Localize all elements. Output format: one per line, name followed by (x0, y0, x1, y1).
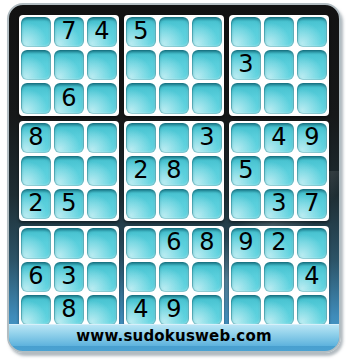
cell-r8c8[interactable] (264, 262, 294, 292)
cell-r4c1[interactable]: 8 (21, 123, 51, 153)
box-r1c2: 5 (124, 15, 224, 116)
digit: 4 (94, 19, 109, 45)
cell-r2c2[interactable] (54, 50, 84, 80)
box-r1c1: 746 (19, 15, 119, 116)
cell-r4c2[interactable] (54, 123, 84, 153)
cell-r1c2[interactable]: 7 (54, 17, 84, 47)
cell-r9c5[interactable]: 9 (159, 295, 189, 325)
cell-r8c9[interactable]: 4 (297, 262, 327, 292)
digit: 4 (304, 264, 319, 290)
digit: 6 (61, 86, 76, 112)
cell-r9c6[interactable] (192, 295, 222, 325)
cell-r6c4[interactable] (126, 189, 156, 219)
cell-r7c7[interactable]: 9 (231, 228, 261, 258)
digit: 9 (166, 297, 181, 323)
cell-r3c6[interactable] (192, 83, 222, 113)
cell-r9c2[interactable]: 8 (54, 295, 84, 325)
cell-r6c1[interactable]: 2 (21, 189, 51, 219)
digit: 3 (271, 191, 286, 217)
cell-r4c7[interactable] (231, 123, 261, 153)
digit: 2 (133, 158, 148, 184)
box-r1c3: 3 (229, 15, 329, 116)
cell-r8c3[interactable] (87, 262, 117, 292)
cell-r1c9[interactable] (297, 17, 327, 47)
page-background: 74653825328495376386849924 www.sudokuswe… (0, 0, 350, 360)
cell-r2c6[interactable] (192, 50, 222, 80)
cell-r7c4[interactable] (126, 228, 156, 258)
cell-r6c2[interactable]: 5 (54, 189, 84, 219)
sudoku-board-plaque: 74653825328495376386849924 www.sudokuswe… (7, 3, 341, 353)
cell-r8c1[interactable]: 6 (21, 262, 51, 292)
cell-r7c8[interactable]: 2 (264, 228, 294, 258)
cell-r2c3[interactable] (87, 50, 117, 80)
box-r3c2: 6849 (124, 226, 224, 327)
cell-r6c3[interactable] (87, 189, 117, 219)
cell-r4c8[interactable]: 4 (264, 123, 294, 153)
digit: 3 (199, 125, 214, 151)
cell-r4c6[interactable]: 3 (192, 123, 222, 153)
box-r2c3: 49537 (229, 121, 329, 222)
cell-r7c9[interactable] (297, 228, 327, 258)
cell-r8c7[interactable] (231, 262, 261, 292)
cell-r5c4[interactable]: 2 (126, 156, 156, 186)
cell-r1c5[interactable] (159, 17, 189, 47)
cell-r9c7[interactable] (231, 295, 261, 325)
cell-r1c6[interactable] (192, 17, 222, 47)
sudoku-board: 74653825328495376386849924 (19, 15, 329, 327)
cell-r6c8[interactable]: 3 (264, 189, 294, 219)
digit: 5 (238, 158, 253, 184)
digit: 4 (133, 297, 148, 323)
digit: 2 (28, 191, 43, 217)
cell-r6c5[interactable] (159, 189, 189, 219)
cell-r9c9[interactable] (297, 295, 327, 325)
cell-r4c9[interactable]: 9 (297, 123, 327, 153)
cell-r5c1[interactable] (21, 156, 51, 186)
box-r2c2: 328 (124, 121, 224, 222)
digit: 9 (238, 230, 253, 256)
digit: 9 (304, 125, 319, 151)
digit: 8 (166, 158, 181, 184)
cell-r6c9[interactable]: 7 (297, 189, 327, 219)
cell-r7c6[interactable]: 8 (192, 228, 222, 258)
cell-r3c2[interactable]: 6 (54, 83, 84, 113)
cell-r3c7[interactable] (231, 83, 261, 113)
cell-r2c8[interactable] (264, 50, 294, 80)
cell-r1c3[interactable]: 4 (87, 17, 117, 47)
digit: 6 (28, 264, 43, 290)
cell-r5c9[interactable] (297, 156, 327, 186)
cell-r3c9[interactable] (297, 83, 327, 113)
cell-r2c4[interactable] (126, 50, 156, 80)
cell-r9c3[interactable] (87, 295, 117, 325)
cell-r1c7[interactable] (231, 17, 261, 47)
cell-r8c4[interactable] (126, 262, 156, 292)
cell-r2c5[interactable] (159, 50, 189, 80)
box-r3c3: 924 (229, 226, 329, 327)
digit: 3 (61, 264, 76, 290)
box-r3c1: 638 (19, 226, 119, 327)
digit: 7 (304, 191, 319, 217)
site-url[interactable]: www.sudokusweb.com (76, 327, 271, 345)
cell-r7c1[interactable] (21, 228, 51, 258)
digit: 6 (166, 230, 181, 256)
digit: 5 (133, 19, 148, 45)
footer-band: www.sudokusweb.com (9, 324, 339, 346)
cell-r3c3[interactable] (87, 83, 117, 113)
cell-r5c5[interactable]: 8 (159, 156, 189, 186)
cell-r3c5[interactable] (159, 83, 189, 113)
cell-r4c4[interactable] (126, 123, 156, 153)
cell-r6c7[interactable] (231, 189, 261, 219)
cell-r2c9[interactable] (297, 50, 327, 80)
cell-r9c4[interactable]: 4 (126, 295, 156, 325)
cell-r5c7[interactable]: 5 (231, 156, 261, 186)
cell-r1c8[interactable] (264, 17, 294, 47)
cell-r8c2[interactable]: 3 (54, 262, 84, 292)
digit: 8 (28, 125, 43, 151)
digit: 3 (238, 52, 253, 78)
cell-r9c1[interactable] (21, 295, 51, 325)
box-r2c1: 825 (19, 121, 119, 222)
cell-r8c6[interactable] (192, 262, 222, 292)
cell-r5c3[interactable] (87, 156, 117, 186)
cell-r6c6[interactable] (192, 189, 222, 219)
cell-r3c1[interactable] (21, 83, 51, 113)
cell-r1c1[interactable] (21, 17, 51, 47)
cell-r7c5[interactable]: 6 (159, 228, 189, 258)
cell-r7c2[interactable] (54, 228, 84, 258)
cell-r9c8[interactable] (264, 295, 294, 325)
cell-r8c5[interactable] (159, 262, 189, 292)
digit: 7 (61, 19, 76, 45)
cell-r5c2[interactable] (54, 156, 84, 186)
cell-r4c3[interactable] (87, 123, 117, 153)
digit: 4 (271, 125, 286, 151)
cell-r5c8[interactable] (264, 156, 294, 186)
cell-r2c1[interactable] (21, 50, 51, 80)
digit: 8 (61, 297, 76, 323)
cell-r1c4[interactable]: 5 (126, 17, 156, 47)
cell-r5c6[interactable] (192, 156, 222, 186)
cell-r7c3[interactable] (87, 228, 117, 258)
digit: 8 (199, 230, 214, 256)
cell-r4c5[interactable] (159, 123, 189, 153)
cell-r2c7[interactable]: 3 (231, 50, 261, 80)
digit: 2 (271, 230, 286, 256)
cell-r3c8[interactable] (264, 83, 294, 113)
digit: 5 (61, 191, 76, 217)
cell-r3c4[interactable] (126, 83, 156, 113)
